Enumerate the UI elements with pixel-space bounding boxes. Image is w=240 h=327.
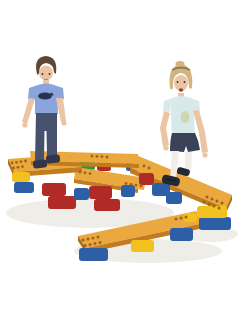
- blue-brick: [166, 192, 182, 204]
- boy-face: [39, 66, 53, 81]
- boy-shoe-left: [33, 159, 48, 168]
- boy-shirt: [35, 84, 58, 117]
- blue-brick: [79, 248, 108, 261]
- boy-eye-right: [49, 73, 51, 75]
- red-brick: [94, 199, 120, 211]
- boy-shirt-graphic: [38, 93, 52, 100]
- balance-course-photo: [0, 0, 240, 327]
- boy-sleeve-left: [28, 86, 36, 100]
- blue-brick: [14, 182, 34, 193]
- boy-hand-left: [22, 122, 27, 127]
- red-brick: [89, 186, 112, 199]
- boy-sleeve-right: [56, 86, 64, 100]
- girl-eye-right: [184, 81, 186, 83]
- girl-hand-right: [202, 152, 207, 157]
- girl-mouth-open: [179, 88, 184, 91]
- red-brick: [139, 173, 154, 185]
- red-brick: [48, 196, 76, 209]
- girl-hand-left: [163, 145, 168, 150]
- blue-brick: [199, 217, 231, 230]
- girl-eye-left: [177, 81, 179, 83]
- blue-brick: [121, 185, 135, 197]
- red-brick: [42, 183, 66, 196]
- blue-brick: [74, 188, 89, 200]
- photo-canvas: [0, 0, 240, 327]
- yellow-brick: [12, 172, 30, 182]
- yellow-brick: [197, 206, 227, 218]
- girl-shirt-graphic: [181, 111, 190, 123]
- blue-brick: [170, 228, 193, 241]
- yellow-brick: [131, 240, 154, 252]
- boy-hand-right: [61, 120, 66, 125]
- boy-shoe-right: [46, 154, 61, 163]
- boy-eye-left: [42, 73, 44, 75]
